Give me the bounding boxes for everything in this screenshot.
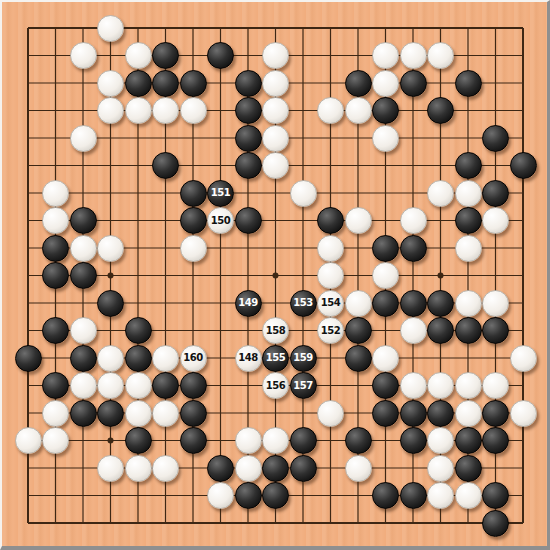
stone-white: 156 xyxy=(262,372,289,399)
move-number-label: 155 xyxy=(266,353,285,363)
stone-black xyxy=(262,482,289,509)
stone-white: 152 xyxy=(317,317,344,344)
stone-black xyxy=(290,455,317,482)
stone-white xyxy=(125,455,152,482)
stone-black xyxy=(180,180,207,207)
stone-black xyxy=(482,125,509,152)
stone-black xyxy=(70,207,97,234)
stone-white xyxy=(482,207,509,234)
stone-white xyxy=(152,97,179,124)
stone-black xyxy=(427,97,454,124)
stone-white xyxy=(70,235,97,262)
stone-black xyxy=(97,400,124,427)
stone-black xyxy=(372,235,399,262)
stone-white xyxy=(427,372,454,399)
stone-white xyxy=(152,455,179,482)
stone-white xyxy=(345,207,372,234)
move-number-label: 152 xyxy=(321,326,340,336)
stone-white xyxy=(400,372,427,399)
stone-black xyxy=(427,400,454,427)
stone-black xyxy=(235,125,262,152)
stone-black xyxy=(180,372,207,399)
stone-white xyxy=(97,235,124,262)
stone-black xyxy=(317,207,344,234)
stone-white xyxy=(372,70,399,97)
stone-white: 148 xyxy=(235,345,262,372)
stone-black xyxy=(345,345,372,372)
stone-white xyxy=(455,372,482,399)
move-number-label: 156 xyxy=(266,381,285,391)
stone-white xyxy=(97,97,124,124)
stone-black xyxy=(345,317,372,344)
move-number-label: 160 xyxy=(183,353,202,363)
stone-black xyxy=(455,317,482,344)
stone-white xyxy=(372,42,399,69)
stone-black xyxy=(125,70,152,97)
stone-black xyxy=(235,152,262,179)
stone-white xyxy=(262,97,289,124)
stone-black xyxy=(482,510,509,537)
stone-white xyxy=(317,97,344,124)
stone-white xyxy=(262,70,289,97)
stone-white xyxy=(70,317,97,344)
stone-black xyxy=(455,427,482,454)
stone-black xyxy=(482,180,509,207)
stone-black xyxy=(152,152,179,179)
stone-black xyxy=(70,262,97,289)
stone-white xyxy=(262,125,289,152)
stone-black xyxy=(152,70,179,97)
stone-black xyxy=(400,482,427,509)
stone-white xyxy=(317,400,344,427)
stone-white xyxy=(152,400,179,427)
stone-white xyxy=(482,290,509,317)
stone-white xyxy=(262,152,289,179)
stone-black xyxy=(180,427,207,454)
stone-white xyxy=(372,125,399,152)
stone-black xyxy=(262,455,289,482)
stone-white xyxy=(427,42,454,69)
stone-white xyxy=(262,42,289,69)
stone-white xyxy=(42,400,69,427)
stone-white xyxy=(125,372,152,399)
stone-white xyxy=(482,372,509,399)
move-number-label: 158 xyxy=(266,326,285,336)
stone-white: 160 xyxy=(180,345,207,372)
stone-black xyxy=(372,97,399,124)
stone-white xyxy=(400,317,427,344)
stone-black xyxy=(427,290,454,317)
stone-white xyxy=(427,455,454,482)
stone-white xyxy=(97,455,124,482)
stone-black xyxy=(372,372,399,399)
stone-black: 151 xyxy=(207,180,234,207)
stone-black: 155 xyxy=(262,345,289,372)
stone-black xyxy=(235,97,262,124)
stone-black xyxy=(97,290,124,317)
stone-white xyxy=(400,207,427,234)
move-number-label: 148 xyxy=(238,353,257,363)
star-point xyxy=(108,273,114,279)
stone-black xyxy=(180,70,207,97)
stone-white xyxy=(97,345,124,372)
stone-black xyxy=(235,70,262,97)
stone-black xyxy=(482,317,509,344)
stone-black xyxy=(400,427,427,454)
stone-white xyxy=(152,345,179,372)
stone-white xyxy=(235,455,262,482)
stone-black: 149 xyxy=(235,290,262,317)
stone-black xyxy=(455,70,482,97)
stone-black xyxy=(125,317,152,344)
stone-black: 159 xyxy=(290,345,317,372)
stone-white: 158 xyxy=(262,317,289,344)
stone-black xyxy=(180,400,207,427)
stone-black xyxy=(70,345,97,372)
stone-white: 150 xyxy=(207,207,234,234)
stone-white xyxy=(455,180,482,207)
stone-black xyxy=(482,482,509,509)
stone-white xyxy=(180,235,207,262)
stone-white xyxy=(455,482,482,509)
stone-white xyxy=(427,482,454,509)
stone-black xyxy=(207,455,234,482)
move-number-label: 159 xyxy=(293,353,312,363)
stone-black xyxy=(42,262,69,289)
stone-white xyxy=(207,482,234,509)
stone-black xyxy=(482,400,509,427)
stone-white xyxy=(400,42,427,69)
stone-black xyxy=(70,400,97,427)
stone-black xyxy=(345,70,372,97)
stone-black xyxy=(372,400,399,427)
stone-black xyxy=(510,152,537,179)
stone-black xyxy=(125,427,152,454)
move-number-label: 149 xyxy=(238,298,257,308)
stone-black xyxy=(345,427,372,454)
stone-black xyxy=(455,152,482,179)
stone-white xyxy=(97,372,124,399)
stone-white xyxy=(180,97,207,124)
star-point xyxy=(438,273,444,279)
stone-black xyxy=(372,290,399,317)
move-number-label: 150 xyxy=(211,216,230,226)
go-board[interactable]: 151150149153154158152160148155159156157 xyxy=(0,0,550,550)
stone-white xyxy=(345,455,372,482)
stone-white xyxy=(345,97,372,124)
stone-white xyxy=(455,235,482,262)
stone-white xyxy=(455,400,482,427)
stone-white xyxy=(125,42,152,69)
stone-black: 157 xyxy=(290,372,317,399)
stone-black xyxy=(427,317,454,344)
stone-black xyxy=(455,455,482,482)
stone-white xyxy=(290,180,317,207)
stone-black xyxy=(42,317,69,344)
move-number-label: 153 xyxy=(293,298,312,308)
stone-black xyxy=(42,372,69,399)
stone-white xyxy=(70,125,97,152)
stone-white xyxy=(510,400,537,427)
stone-white xyxy=(70,372,97,399)
stone-black: 153 xyxy=(290,290,317,317)
stone-black xyxy=(235,207,262,234)
stone-white xyxy=(317,235,344,262)
stone-black xyxy=(42,235,69,262)
stone-white xyxy=(125,400,152,427)
stone-white xyxy=(15,427,42,454)
stone-black xyxy=(15,345,42,372)
stone-white xyxy=(235,427,262,454)
stone-white: 154 xyxy=(317,290,344,317)
stone-black xyxy=(125,345,152,372)
stone-black xyxy=(455,207,482,234)
star-point xyxy=(273,273,279,279)
move-number-label: 157 xyxy=(293,381,312,391)
stone-white xyxy=(317,262,344,289)
stone-black xyxy=(152,42,179,69)
stone-black xyxy=(180,207,207,234)
stone-black xyxy=(400,235,427,262)
stone-white xyxy=(345,290,372,317)
stone-black xyxy=(372,482,399,509)
stone-white xyxy=(372,262,399,289)
stone-white xyxy=(427,180,454,207)
stone-white xyxy=(455,290,482,317)
go-board-screenshot: 151150149153154158152160148155159156157 xyxy=(0,0,550,550)
star-point xyxy=(108,438,114,444)
stone-white xyxy=(427,427,454,454)
stone-black xyxy=(207,42,234,69)
stone-white xyxy=(97,15,124,42)
stone-black xyxy=(482,427,509,454)
stone-white xyxy=(42,207,69,234)
stone-white xyxy=(42,427,69,454)
stone-black xyxy=(290,427,317,454)
stone-black xyxy=(400,400,427,427)
stone-white xyxy=(372,345,399,372)
stone-white xyxy=(125,97,152,124)
stone-black xyxy=(235,482,262,509)
stone-black xyxy=(400,290,427,317)
stone-black xyxy=(152,372,179,399)
stone-white xyxy=(70,42,97,69)
stone-white xyxy=(97,70,124,97)
stone-black xyxy=(400,70,427,97)
move-number-label: 151 xyxy=(211,188,230,198)
stone-white xyxy=(42,180,69,207)
move-number-label: 154 xyxy=(321,298,340,308)
stone-white xyxy=(510,345,537,372)
stone-white xyxy=(262,427,289,454)
